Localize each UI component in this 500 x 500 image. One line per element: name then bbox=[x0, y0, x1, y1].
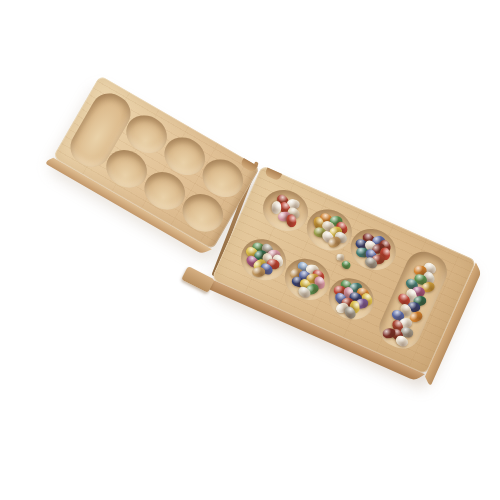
board-right-panel bbox=[211, 165, 477, 375]
finger-notch-right bbox=[264, 167, 282, 181]
pit-right-bottom-3-stones bbox=[322, 271, 380, 326]
hinge-block bbox=[181, 266, 215, 293]
pit-right-top-3-stones bbox=[344, 222, 402, 277]
gemstone-cream bbox=[336, 253, 344, 261]
mancala-product-photo bbox=[0, 0, 500, 500]
gemstone-tan bbox=[252, 267, 265, 277]
